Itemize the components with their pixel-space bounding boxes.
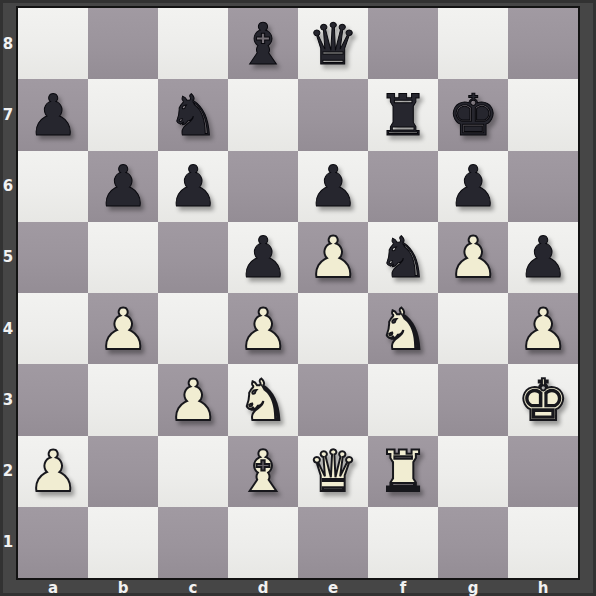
piece-white-knight-d3[interactable]: ♞ bbox=[237, 365, 288, 435]
square-d8[interactable]: ♝ bbox=[228, 8, 298, 79]
square-e7[interactable] bbox=[298, 79, 368, 150]
square-d5[interactable]: ♟ bbox=[228, 222, 298, 293]
square-b6[interactable]: ♟ bbox=[88, 151, 158, 222]
square-d2[interactable]: ♝ bbox=[228, 436, 298, 507]
file-label-f: f bbox=[368, 579, 438, 596]
piece-white-pawn-g5[interactable]: ♟ bbox=[447, 222, 498, 292]
square-c4[interactable] bbox=[158, 293, 228, 364]
square-f1[interactable] bbox=[368, 507, 438, 578]
rank-labels: 8 7 6 5 4 3 2 1 bbox=[0, 8, 16, 578]
square-c6[interactable]: ♟ bbox=[158, 151, 228, 222]
square-e2[interactable]: ♛ bbox=[298, 436, 368, 507]
square-c8[interactable] bbox=[158, 8, 228, 79]
file-label-h: h bbox=[508, 579, 578, 596]
square-a7[interactable]: ♟ bbox=[18, 79, 88, 150]
square-e5[interactable]: ♟ bbox=[298, 222, 368, 293]
square-e8[interactable]: ♛ bbox=[298, 8, 368, 79]
file-label-e: e bbox=[298, 579, 368, 596]
square-g8[interactable] bbox=[438, 8, 508, 79]
rank-label-3: 3 bbox=[0, 364, 16, 435]
file-label-d: d bbox=[228, 579, 298, 596]
square-c7[interactable]: ♞ bbox=[158, 79, 228, 150]
square-f6[interactable] bbox=[368, 151, 438, 222]
square-f7[interactable]: ♜ bbox=[368, 79, 438, 150]
piece-white-pawn-h4[interactable]: ♟ bbox=[517, 294, 568, 364]
piece-black-pawn-g6[interactable]: ♟ bbox=[447, 151, 498, 221]
piece-white-pawn-c3[interactable]: ♟ bbox=[167, 365, 218, 435]
square-a5[interactable] bbox=[18, 222, 88, 293]
square-b1[interactable] bbox=[88, 507, 158, 578]
piece-black-pawn-b6[interactable]: ♟ bbox=[97, 151, 148, 221]
square-d6[interactable] bbox=[228, 151, 298, 222]
piece-white-rook-f2[interactable]: ♜ bbox=[377, 436, 428, 506]
piece-white-king-h3[interactable]: ♚ bbox=[517, 365, 568, 435]
piece-black-rook-f7[interactable]: ♜ bbox=[377, 80, 428, 150]
square-b4[interactable]: ♟ bbox=[88, 293, 158, 364]
square-f2[interactable]: ♜ bbox=[368, 436, 438, 507]
rank-label-5: 5 bbox=[0, 222, 16, 293]
rank-label-7: 7 bbox=[0, 79, 16, 150]
square-g4[interactable] bbox=[438, 293, 508, 364]
square-g3[interactable] bbox=[438, 364, 508, 435]
square-d1[interactable] bbox=[228, 507, 298, 578]
piece-black-pawn-h5[interactable]: ♟ bbox=[517, 222, 568, 292]
square-c3[interactable]: ♟ bbox=[158, 364, 228, 435]
square-d7[interactable] bbox=[228, 79, 298, 150]
piece-white-pawn-e5[interactable]: ♟ bbox=[307, 222, 358, 292]
piece-black-pawn-c6[interactable]: ♟ bbox=[167, 151, 218, 221]
square-h5[interactable]: ♟ bbox=[508, 222, 578, 293]
square-b5[interactable] bbox=[88, 222, 158, 293]
square-h4[interactable]: ♟ bbox=[508, 293, 578, 364]
rank-label-8: 8 bbox=[0, 8, 16, 79]
square-a8[interactable] bbox=[18, 8, 88, 79]
piece-white-bishop-d2[interactable]: ♝ bbox=[237, 436, 288, 506]
square-c5[interactable] bbox=[158, 222, 228, 293]
square-f8[interactable] bbox=[368, 8, 438, 79]
piece-white-pawn-d4[interactable]: ♟ bbox=[237, 294, 288, 364]
file-label-b: b bbox=[88, 579, 158, 596]
square-b7[interactable] bbox=[88, 79, 158, 150]
square-a1[interactable] bbox=[18, 507, 88, 578]
square-g1[interactable] bbox=[438, 507, 508, 578]
square-a4[interactable] bbox=[18, 293, 88, 364]
square-g5[interactable]: ♟ bbox=[438, 222, 508, 293]
piece-black-pawn-e6[interactable]: ♟ bbox=[307, 151, 358, 221]
file-labels: a b c d e f g h bbox=[18, 579, 578, 596]
square-b8[interactable] bbox=[88, 8, 158, 79]
piece-black-pawn-a7[interactable]: ♟ bbox=[27, 80, 78, 150]
piece-black-queen-e8[interactable]: ♛ bbox=[307, 9, 358, 79]
rank-label-2: 2 bbox=[0, 436, 16, 507]
square-e1[interactable] bbox=[298, 507, 368, 578]
piece-white-knight-f4[interactable]: ♞ bbox=[377, 294, 428, 364]
square-d3[interactable]: ♞ bbox=[228, 364, 298, 435]
square-b2[interactable] bbox=[88, 436, 158, 507]
square-h7[interactable] bbox=[508, 79, 578, 150]
piece-white-queen-e2[interactable]: ♛ bbox=[307, 436, 358, 506]
piece-black-pawn-d5[interactable]: ♟ bbox=[237, 222, 288, 292]
square-h2[interactable] bbox=[508, 436, 578, 507]
square-e6[interactable]: ♟ bbox=[298, 151, 368, 222]
chess-board-frame: 8 7 6 5 4 3 2 1 ♝♛♟♞♜♚♟♟♟♟♟♟♞♟♟♟♟♞♟♟♞♚♟♝… bbox=[0, 0, 596, 596]
file-label-c: c bbox=[158, 579, 228, 596]
square-f5[interactable]: ♞ bbox=[368, 222, 438, 293]
square-c1[interactable] bbox=[158, 507, 228, 578]
square-g2[interactable] bbox=[438, 436, 508, 507]
square-h8[interactable] bbox=[508, 8, 578, 79]
square-h3[interactable]: ♚ bbox=[508, 364, 578, 435]
square-a2[interactable]: ♟ bbox=[18, 436, 88, 507]
rank-label-4: 4 bbox=[0, 293, 16, 364]
rank-label-6: 6 bbox=[0, 151, 16, 222]
square-g7[interactable]: ♚ bbox=[438, 79, 508, 150]
square-e3[interactable] bbox=[298, 364, 368, 435]
rank-label-1: 1 bbox=[0, 507, 16, 578]
piece-black-king-g7[interactable]: ♚ bbox=[447, 80, 498, 150]
piece-black-bishop-d8[interactable]: ♝ bbox=[237, 9, 288, 79]
chess-board: ♝♛♟♞♜♚♟♟♟♟♟♟♞♟♟♟♟♞♟♟♞♚♟♝♛♜ bbox=[18, 8, 578, 578]
square-a6[interactable] bbox=[18, 151, 88, 222]
piece-black-knight-f5[interactable]: ♞ bbox=[377, 222, 428, 292]
piece-white-pawn-a2[interactable]: ♟ bbox=[27, 436, 78, 506]
square-d4[interactable]: ♟ bbox=[228, 293, 298, 364]
square-f3[interactable] bbox=[368, 364, 438, 435]
file-label-a: a bbox=[18, 579, 88, 596]
square-h6[interactable] bbox=[508, 151, 578, 222]
square-b3[interactable] bbox=[88, 364, 158, 435]
square-c2[interactable] bbox=[158, 436, 228, 507]
square-a3[interactable] bbox=[18, 364, 88, 435]
square-g6[interactable]: ♟ bbox=[438, 151, 508, 222]
square-e4[interactable] bbox=[298, 293, 368, 364]
square-h1[interactable] bbox=[508, 507, 578, 578]
square-f4[interactable]: ♞ bbox=[368, 293, 438, 364]
piece-white-pawn-b4[interactable]: ♟ bbox=[97, 294, 148, 364]
board-edge: ♝♛♟♞♜♚♟♟♟♟♟♟♞♟♟♟♟♞♟♟♞♚♟♝♛♜ bbox=[16, 6, 580, 580]
file-label-g: g bbox=[438, 579, 508, 596]
piece-black-knight-c7[interactable]: ♞ bbox=[167, 80, 218, 150]
